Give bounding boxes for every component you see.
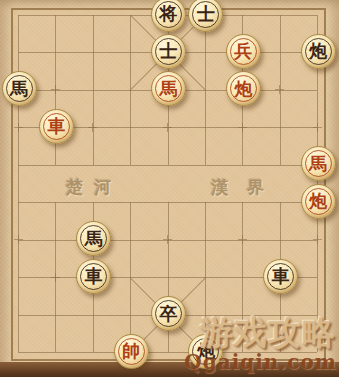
piece-red-horse[interactable]: 馬 [301, 146, 336, 181]
point-marker [313, 123, 322, 132]
piece-red-soldier[interactable]: 兵 [226, 34, 261, 69]
piece-character: 馬 [160, 79, 178, 97]
piece-black-advisor[interactable]: 士 [151, 34, 186, 69]
watermark-site-url: Qgaiqin.com [184, 350, 337, 374]
piece-character: 馬 [10, 79, 28, 97]
point-marker [163, 123, 172, 132]
piece-character: 馬 [309, 154, 327, 172]
point-marker [14, 123, 23, 132]
piece-character: 帥 [122, 342, 140, 360]
point-marker [14, 235, 23, 244]
piece-red-cannon[interactable]: 炮 [226, 71, 261, 106]
piece-character: 士 [160, 42, 178, 60]
piece-character: 士 [197, 5, 215, 23]
board-line [18, 165, 317, 166]
point-marker [238, 123, 247, 132]
piece-character: 馬 [85, 229, 103, 247]
piece-character: 炮 [234, 79, 252, 97]
point-marker [163, 235, 172, 244]
point-marker [88, 123, 97, 132]
board-line [93, 15, 94, 165]
piece-character: 車 [47, 117, 65, 135]
point-marker [275, 85, 284, 94]
point-marker [313, 235, 322, 244]
piece-character: 車 [272, 267, 290, 285]
piece-character: 炮 [309, 42, 327, 60]
piece-black-soldier[interactable]: 卒 [151, 296, 186, 331]
piece-black-chariot[interactable]: 車 [263, 259, 298, 294]
piece-red-chariot[interactable]: 車 [39, 109, 74, 144]
piece-character: 将 [160, 5, 178, 23]
piece-character: 炮 [309, 192, 327, 210]
point-marker [238, 235, 247, 244]
piece-black-horse[interactable]: 馬 [2, 71, 37, 106]
piece-black-cannon[interactable]: 炮 [301, 34, 336, 69]
piece-character: 卒 [160, 304, 178, 322]
board-line [18, 15, 19, 352]
point-marker [51, 85, 60, 94]
piece-black-chariot[interactable]: 車 [76, 259, 111, 294]
point-marker [51, 273, 60, 282]
piece-black-general[interactable]: 将 [151, 0, 186, 32]
xiangqi-game-screen: 楚河 漢界 游戏攻略 Qgaiqin.com 将士士兵炮馬馬炮車馬炮馬車車卒帥炮 [0, 0, 339, 377]
piece-character: 兵 [234, 42, 252, 60]
river-label-left: 楚河 [66, 176, 122, 199]
piece-red-general[interactable]: 帥 [114, 334, 149, 369]
piece-character: 車 [85, 267, 103, 285]
piece-red-cannon[interactable]: 炮 [301, 184, 336, 219]
river-label-right: 漢界 [211, 176, 283, 199]
